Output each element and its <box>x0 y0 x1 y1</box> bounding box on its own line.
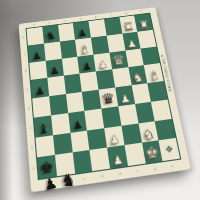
rank-label: 8 <box>22 36 24 40</box>
white-rook-piece[interactable]: ♜ <box>137 18 150 30</box>
rank-label: 5 <box>26 88 28 92</box>
file-label: h <box>171 163 174 168</box>
square-h7[interactable] <box>137 30 156 49</box>
four-knights-corner-emblem-icon: ❖ <box>159 138 180 161</box>
square-h6[interactable] <box>141 46 160 65</box>
square-b4[interactable] <box>49 94 68 115</box>
file-label: b <box>49 21 51 24</box>
square-a3[interactable]: ♝ <box>34 115 53 137</box>
chess-mat-wrapper: ♞♟♜♜♟♝♟♟♟♟♛♟♞♝♛♟♝♟♟♞♚♟♚❖ 87654321 abcdef… <box>19 7 191 192</box>
file-label: e <box>119 171 122 176</box>
black-bishop-piece[interactable]: ♝ <box>37 121 50 136</box>
white-knight-piece[interactable]: ♞ <box>142 127 156 141</box>
black-knight-piece[interactable]: ♞ <box>45 30 57 42</box>
file-label: f <box>110 13 112 16</box>
square-b2[interactable] <box>53 132 73 155</box>
file-label: a <box>33 23 35 26</box>
white-pawn-piece[interactable]: ♟ <box>126 38 137 49</box>
white-bishop-piece[interactable]: ♝ <box>78 43 91 56</box>
rank-label: 3 <box>29 126 31 130</box>
white-pawn-piece[interactable]: ♟ <box>109 134 121 147</box>
black-pawn-piece[interactable]: ♟ <box>32 50 42 61</box>
file-label: e <box>95 15 97 18</box>
square-h1[interactable]: ❖ <box>159 138 180 161</box>
black-pawn-piece[interactable]: ♟ <box>77 28 87 38</box>
file-label: c <box>83 176 85 181</box>
chess-board-grid[interactable]: ♞♟♜♜♟♝♟♟♟♟♛♟♞♝♛♟♝♟♟♞♚♟♚❖ <box>26 14 180 179</box>
square-h2[interactable] <box>155 118 176 140</box>
white-king-piece[interactable]: ♚ <box>144 145 161 163</box>
black-pawn-piece[interactable]: ♟ <box>35 86 46 98</box>
square-a4[interactable] <box>32 96 51 117</box>
square-a5[interactable]: ♟ <box>31 78 49 98</box>
square-b6[interactable]: ♟ <box>45 58 63 78</box>
square-b5[interactable] <box>47 76 65 96</box>
square-a7[interactable]: ♟ <box>28 43 46 62</box>
square-a2[interactable] <box>35 135 54 158</box>
square-a6[interactable] <box>29 60 47 80</box>
black-pawn-piece[interactable]: ♟ <box>82 61 93 72</box>
rank-label: 6 <box>25 70 27 74</box>
chess-mat: ♞♟♜♜♟♝♟♟♟♟♛♟♞♝♛♟♝♟♟♞♚♟♚❖ 87654321 abcdef… <box>19 7 191 192</box>
white-pawn-piece[interactable]: ♟ <box>98 59 109 70</box>
white-pawn-piece[interactable]: ♟ <box>119 93 131 105</box>
photo-scene: ♞♟♜♜♟♝♟♟♟♟♛♟♞♝♛♟♝♟♟♞♚♟♚❖ 87654321 abcdef… <box>0 0 200 200</box>
file-label: c <box>64 19 66 22</box>
square-b3[interactable] <box>51 113 70 135</box>
black-queen-piece[interactable]: ♛ <box>101 91 116 107</box>
file-label: f <box>137 169 139 173</box>
rank-label: 7 <box>24 52 26 56</box>
captured-black-knight[interactable]: ♞ <box>61 172 77 190</box>
file-label: d <box>101 174 104 179</box>
file-label: h <box>140 10 142 13</box>
white-rook-piece[interactable]: ♜ <box>122 20 135 32</box>
white-knight-piece[interactable]: ♞ <box>132 71 145 84</box>
file-label: g <box>125 12 127 15</box>
rank-label: 4 <box>28 106 30 110</box>
square-b7[interactable] <box>44 41 62 60</box>
file-label: g <box>153 166 156 171</box>
file-label: d <box>79 17 81 20</box>
white-bishop-piece[interactable]: ♝ <box>147 69 161 82</box>
black-pawn-piece[interactable]: ♟ <box>49 66 60 77</box>
black-pawn-piece[interactable]: ♟ <box>72 119 83 131</box>
rank-label: 1 <box>33 166 35 171</box>
white-pawn-piece[interactable]: ♟ <box>112 154 124 167</box>
white-queen-piece[interactable]: ♛ <box>111 54 126 69</box>
rank-label: 2 <box>31 146 33 150</box>
